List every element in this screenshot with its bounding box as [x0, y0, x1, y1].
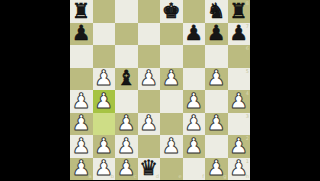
file-label-b: b [111, 174, 114, 179]
piece-white-pawn[interactable]: ♟ [70, 113, 93, 136]
piece-white-pawn[interactable]: ♟ [70, 90, 93, 113]
square-g7[interactable]: ♟ [205, 23, 228, 46]
square-b6[interactable] [93, 45, 116, 68]
square-a8[interactable]: ♜ [70, 0, 93, 23]
square-e8[interactable]: ♚ [160, 0, 183, 23]
piece-white-pawn[interactable]: ♟ [183, 90, 206, 113]
square-a4[interactable]: ♟ [70, 90, 93, 113]
square-h2[interactable]: ♟2 [228, 135, 251, 158]
piece-white-pawn[interactable]: ♟ [160, 68, 183, 91]
video-frame: ♜♚♞♜8♟♟♟♟76♟♝♟♟♟5♟♟♟♟4♟♟♟♟♟3♟♟♟♟♟♟2♟a♟b♟… [0, 0, 320, 180]
square-a5[interactable] [70, 68, 93, 91]
square-h1[interactable]: ♟1h [228, 158, 251, 181]
piece-white-pawn[interactable]: ♟ [138, 113, 161, 136]
square-g3[interactable]: ♟ [205, 113, 228, 136]
square-f3[interactable]: ♟ [183, 113, 206, 136]
file-label-d: d [156, 174, 159, 179]
square-a7[interactable]: ♟ [70, 23, 93, 46]
piece-white-pawn[interactable]: ♟ [93, 135, 116, 158]
square-b4[interactable]: ♟ [93, 90, 116, 113]
left-letterbox-bar [0, 0, 70, 180]
square-c6[interactable] [115, 45, 138, 68]
square-f6[interactable] [183, 45, 206, 68]
square-a6[interactable] [70, 45, 93, 68]
square-g6[interactable] [205, 45, 228, 68]
square-d7[interactable] [138, 23, 161, 46]
square-g5[interactable]: ♟ [205, 68, 228, 91]
piece-white-pawn[interactable]: ♟ [115, 135, 138, 158]
piece-white-pawn[interactable]: ♟ [205, 113, 228, 136]
piece-white-pawn[interactable]: ♟ [183, 113, 206, 136]
square-f5[interactable] [183, 68, 206, 91]
square-c8[interactable] [115, 0, 138, 23]
rank-label-6: 6 [246, 46, 249, 51]
square-f1[interactable]: f [183, 158, 206, 181]
piece-white-pawn[interactable]: ♟ [93, 68, 116, 91]
square-f2[interactable]: ♟ [183, 135, 206, 158]
piece-white-pawn[interactable]: ♟ [183, 135, 206, 158]
piece-black-pawn[interactable]: ♟ [205, 23, 228, 46]
square-g2[interactable] [205, 135, 228, 158]
square-d8[interactable] [138, 0, 161, 23]
square-h6[interactable]: 6 [228, 45, 251, 68]
piece-black-pawn[interactable]: ♟ [183, 23, 206, 46]
square-g1[interactable]: ♟g [205, 158, 228, 181]
square-d4[interactable] [138, 90, 161, 113]
square-e5[interactable]: ♟ [160, 68, 183, 91]
square-h7[interactable]: ♟7 [228, 23, 251, 46]
square-d1[interactable]: ♛d [138, 158, 161, 181]
square-c2[interactable]: ♟ [115, 135, 138, 158]
file-label-g: g [223, 174, 226, 179]
square-e7[interactable] [160, 23, 183, 46]
piece-black-king[interactable]: ♚ [160, 0, 183, 23]
piece-black-knight[interactable]: ♞ [205, 0, 228, 23]
rank-label-7: 7 [246, 24, 249, 29]
piece-black-rook[interactable]: ♜ [70, 0, 93, 23]
square-b3[interactable] [93, 113, 116, 136]
square-f4[interactable]: ♟ [183, 90, 206, 113]
square-d6[interactable] [138, 45, 161, 68]
file-label-c: c [134, 174, 137, 179]
square-g8[interactable]: ♞ [205, 0, 228, 23]
square-b1[interactable]: ♟b [93, 158, 116, 181]
rank-label-2: 2 [246, 136, 249, 141]
square-c7[interactable] [115, 23, 138, 46]
file-label-h: h [246, 174, 249, 179]
square-f8[interactable] [183, 0, 206, 23]
file-label-a: a [88, 174, 91, 179]
square-f7[interactable]: ♟ [183, 23, 206, 46]
square-e2[interactable]: ♟ [160, 135, 183, 158]
file-label-f: f [202, 174, 204, 179]
square-a2[interactable]: ♟ [70, 135, 93, 158]
file-label-e: e [178, 174, 181, 179]
piece-black-bishop[interactable]: ♝ [115, 68, 138, 91]
square-e1[interactable]: e [160, 158, 183, 181]
piece-white-pawn[interactable]: ♟ [70, 135, 93, 158]
square-e6[interactable] [160, 45, 183, 68]
square-d3[interactable]: ♟ [138, 113, 161, 136]
square-b2[interactable]: ♟ [93, 135, 116, 158]
square-h5[interactable]: 5 [228, 68, 251, 91]
square-b5[interactable]: ♟ [93, 68, 116, 91]
piece-white-pawn[interactable]: ♟ [93, 90, 116, 113]
right-letterbox-bar [250, 0, 320, 180]
square-c4[interactable] [115, 90, 138, 113]
square-c5[interactable]: ♝ [115, 68, 138, 91]
square-a1[interactable]: ♟a [70, 158, 93, 181]
chess-board[interactable]: ♜♚♞♜8♟♟♟♟76♟♝♟♟♟5♟♟♟♟4♟♟♟♟♟3♟♟♟♟♟♟2♟a♟b♟… [70, 0, 250, 180]
square-h3[interactable]: 3 [228, 113, 251, 136]
square-b7[interactable] [93, 23, 116, 46]
square-b8[interactable] [93, 0, 116, 23]
square-d5[interactable]: ♟ [138, 68, 161, 91]
square-g4[interactable] [205, 90, 228, 113]
square-e3[interactable] [160, 113, 183, 136]
rank-label-1: 1 [246, 159, 249, 164]
rank-label-3: 3 [246, 114, 249, 119]
square-c3[interactable]: ♟ [115, 113, 138, 136]
square-e4[interactable] [160, 90, 183, 113]
piece-white-pawn[interactable]: ♟ [138, 68, 161, 91]
rank-label-5: 5 [246, 69, 249, 74]
square-c1[interactable]: ♟c [115, 158, 138, 181]
piece-black-pawn[interactable]: ♟ [70, 23, 93, 46]
piece-white-pawn[interactable]: ♟ [205, 68, 228, 91]
rank-label-8: 8 [246, 1, 249, 6]
square-h4[interactable]: ♟4 [228, 90, 251, 113]
square-d2[interactable] [138, 135, 161, 158]
square-a3[interactable]: ♟ [70, 113, 93, 136]
square-h8[interactable]: ♜8 [228, 0, 251, 23]
rank-label-4: 4 [246, 91, 249, 96]
piece-white-pawn[interactable]: ♟ [160, 135, 183, 158]
piece-white-pawn[interactable]: ♟ [115, 113, 138, 136]
